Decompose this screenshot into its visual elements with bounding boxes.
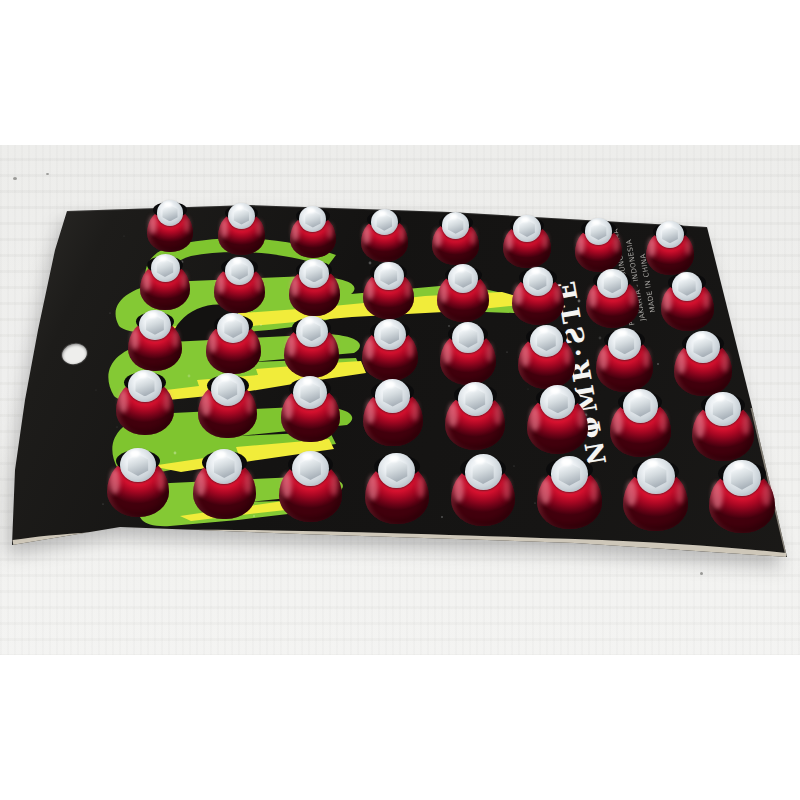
hex-socket	[457, 328, 479, 348]
hex-socket	[518, 220, 536, 237]
hex-socket	[661, 226, 679, 243]
bolt-hex-head	[299, 259, 329, 288]
bolt-hex-head	[375, 379, 410, 412]
bolt-cap	[281, 376, 340, 442]
bolt-cap	[214, 257, 264, 314]
hex-socket	[711, 398, 735, 420]
head-glint	[457, 266, 465, 272]
head-glint	[385, 381, 395, 388]
bolt-hex-head	[705, 392, 741, 427]
bolt-cap	[674, 331, 732, 396]
product-photo: PT. SOLUSI AGUNG PRIMA JAKARTA - INDONES…	[0, 145, 800, 655]
bolt-cap	[206, 313, 261, 374]
bolt-hex-head	[637, 458, 675, 495]
bolt-cap	[503, 215, 550, 268]
hex-socket	[161, 205, 179, 221]
bolt-hex-head	[120, 448, 156, 483]
head-glint	[531, 268, 539, 274]
hex-socket	[447, 217, 465, 234]
bolt-cap	[440, 322, 496, 385]
bolt-hex-head	[623, 389, 659, 423]
bolt-hex-head	[523, 267, 553, 296]
head-glint	[461, 324, 470, 330]
bolt-hex-head	[211, 373, 245, 406]
head-glint	[475, 457, 485, 464]
head-glint	[236, 205, 244, 210]
bolt-hex-head	[585, 218, 613, 245]
bolt-hex-head	[151, 254, 180, 282]
head-glint	[130, 450, 140, 457]
hex-socket	[536, 331, 558, 351]
bolt-cap	[116, 370, 174, 435]
bolt-hex-head	[458, 382, 493, 416]
hex-socket	[223, 318, 244, 338]
bolt-cap	[128, 310, 182, 371]
bolt-cap	[586, 269, 639, 328]
bolt-cap	[451, 454, 515, 526]
bolt-hex-head	[465, 454, 502, 490]
bolt-cap	[140, 254, 190, 310]
bolt-cap	[432, 212, 479, 265]
bolt-hex-head	[139, 310, 170, 340]
hex-socket	[464, 388, 487, 410]
bolt-cap	[284, 316, 339, 378]
bolt-cap	[623, 458, 688, 531]
bolt-hex-head	[374, 319, 406, 350]
bolt-cap	[437, 264, 489, 322]
bolt-cap	[363, 262, 414, 319]
bolt-cap	[512, 267, 564, 325]
bolt-hex-head	[225, 257, 254, 285]
bolt-cap	[709, 460, 775, 534]
bolt-cap	[107, 448, 169, 517]
bolt-cap	[193, 449, 256, 519]
hex-socket	[212, 456, 236, 478]
bolt-hex-head	[597, 269, 628, 298]
hex-socket	[298, 457, 322, 480]
head-glint	[382, 263, 390, 269]
bolt-hex-head	[686, 331, 720, 364]
bolt-cap	[289, 259, 340, 316]
hex-socket	[134, 376, 156, 397]
bolt-cap	[363, 379, 423, 446]
bolt-cap	[198, 373, 257, 439]
bolt-cap	[279, 451, 342, 522]
hex-socket	[301, 321, 322, 341]
bolt-hex-head	[442, 212, 469, 238]
bolt-hex-head	[530, 325, 563, 357]
bolt-cap	[692, 392, 754, 461]
bolt-cap	[537, 456, 602, 529]
hex-socket	[546, 392, 569, 414]
head-glint	[220, 375, 230, 382]
hex-socket	[155, 259, 174, 277]
head-glint	[664, 223, 672, 228]
hex-socket	[385, 459, 409, 482]
bolt-cap	[527, 385, 588, 453]
head-glint	[378, 211, 386, 216]
hex-socket	[216, 379, 238, 400]
head-glint	[561, 458, 572, 465]
hex-socket	[471, 461, 496, 484]
head-glint	[715, 394, 725, 401]
hex-socket	[379, 267, 399, 285]
hex-socket	[379, 325, 400, 345]
bolt-hex-head	[374, 262, 404, 291]
bolt-cap	[290, 206, 337, 258]
hex-socket	[145, 315, 166, 334]
hex-socket	[614, 334, 636, 355]
bolt-cap	[361, 209, 408, 262]
bolt-cap	[518, 325, 575, 389]
bolt-hex-head	[656, 221, 684, 248]
hex-socket	[304, 211, 322, 228]
head-glint	[389, 455, 399, 462]
head-glint	[148, 312, 157, 318]
hex-socket	[602, 274, 622, 293]
bolt-hex-head	[228, 203, 255, 229]
page-background: PT. SOLUSI AGUNG PRIMA JAKARTA - INDONES…	[0, 0, 800, 800]
hex-socket	[230, 262, 249, 280]
hex-socket	[304, 264, 323, 282]
bolt-cap	[661, 272, 714, 331]
head-glint	[164, 202, 171, 207]
hex-socket	[299, 382, 322, 403]
bolt-cap	[596, 328, 653, 392]
hex-socket	[528, 272, 548, 291]
head-glint	[383, 321, 392, 327]
hex-socket	[453, 269, 473, 288]
hex-socket	[643, 464, 668, 487]
head-glint	[305, 318, 314, 324]
hex-socket	[589, 223, 607, 240]
hex-socket	[375, 214, 393, 231]
hex-socket	[381, 385, 404, 406]
bolt-cap	[362, 319, 418, 381]
head-glint	[606, 271, 615, 277]
bolt-hex-head	[292, 451, 329, 486]
bolt-hex-head	[513, 215, 540, 242]
bolt-cap	[365, 453, 429, 524]
bolt-cap	[610, 389, 671, 458]
hex-socket	[692, 337, 714, 358]
bolt-cap	[147, 200, 193, 252]
head-glint	[307, 208, 315, 213]
hex-socket	[557, 463, 582, 486]
hex-socket	[677, 277, 697, 296]
bolt-cap	[218, 203, 264, 255]
bolt-cap	[445, 382, 505, 450]
head-glint	[617, 330, 626, 336]
bolt-cap	[646, 221, 694, 275]
hex-socket	[233, 208, 251, 225]
head-glint	[159, 256, 167, 262]
head-glint	[226, 315, 235, 321]
head-glint	[303, 378, 313, 385]
bolt-hex-head	[608, 328, 641, 360]
hex-socket	[729, 466, 754, 490]
bolt-hex-head	[128, 370, 162, 403]
hex-socket	[126, 454, 150, 476]
hex-socket	[629, 395, 652, 417]
bolt-hex-head	[157, 200, 184, 226]
head-glint	[521, 217, 529, 222]
bolt-cap	[575, 218, 623, 271]
bolt-hex-head	[296, 316, 328, 347]
